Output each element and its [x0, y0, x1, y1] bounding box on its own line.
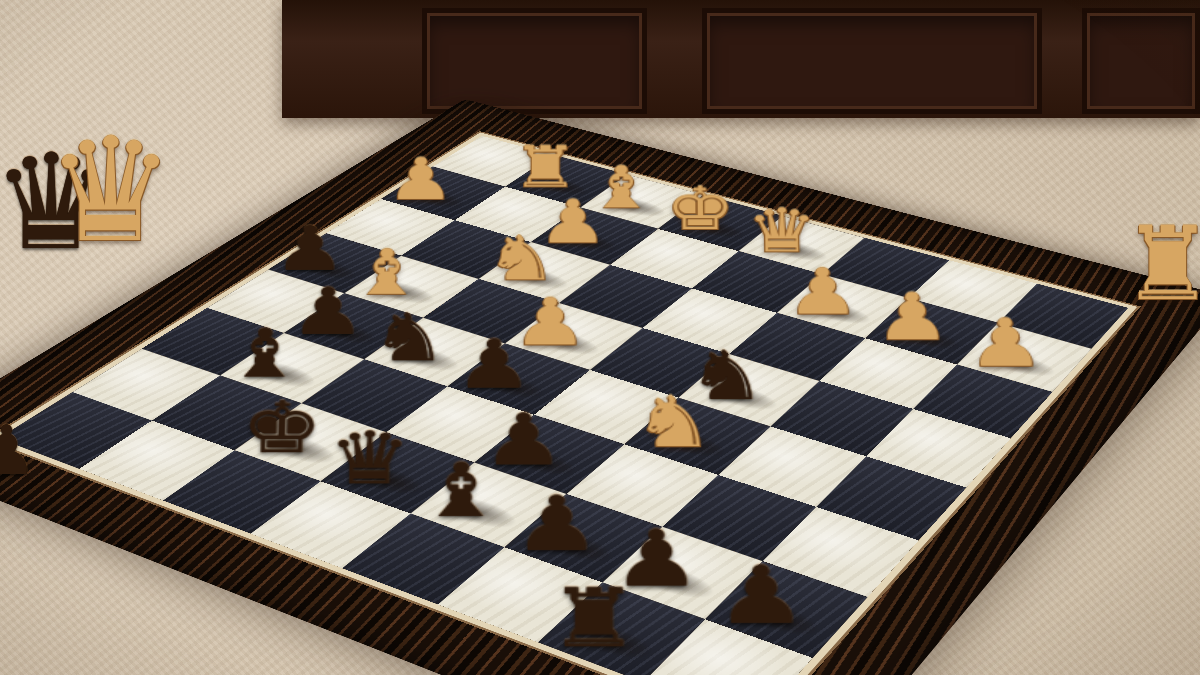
black-king-f7: ♚ — [240, 392, 323, 463]
white-pawn-a2: ♟ — [966, 309, 1044, 375]
black-bishop-g6: ♝ — [225, 320, 304, 387]
edge-black-pawn: ♟ — [0, 417, 37, 485]
white-queen-d1: ♛ — [747, 200, 818, 260]
white-knight-f3: ♞ — [485, 227, 557, 289]
black-pawn-a7: ♟ — [715, 555, 807, 635]
black-knight-f5: ♞ — [371, 304, 448, 370]
board-cell-a7: ♟ — [705, 561, 867, 658]
wooden-cabinet — [282, 0, 1200, 118]
captured-white-rook: ♜ — [1122, 213, 1200, 315]
board-cell-a2: ♟ — [957, 323, 1091, 392]
black-pawn-c7: ♟ — [513, 485, 600, 561]
white-knight-c5: ♞ — [633, 386, 714, 457]
black-rook-b8: ♜ — [548, 577, 640, 658]
spare-white-queen: ♛ — [46, 118, 175, 262]
scene-photo: ♜♝♚♛♟♟♟♟♟♞♟♝♟♞♟♞♟♞♝♟♚♛♝♟♟♟♜ ♛ ♛ ♜ ♟ — [0, 0, 1200, 675]
cabinet-panel — [702, 8, 1042, 114]
cabinet-panel — [422, 8, 647, 114]
black-bishop-d7: ♝ — [418, 453, 503, 527]
black-pawn-h4: ♟ — [274, 218, 346, 279]
white-pawn-c2: ♟ — [786, 260, 861, 324]
black-queen-e7: ♛ — [327, 422, 411, 495]
white-pawn-h2: ♟ — [387, 150, 455, 208]
white-pawn-b2: ♟ — [874, 284, 951, 349]
white-king-e1: ♚ — [666, 179, 735, 238]
black-pawn-e5: ♟ — [455, 330, 533, 397]
cabinet-panel — [1082, 8, 1200, 114]
